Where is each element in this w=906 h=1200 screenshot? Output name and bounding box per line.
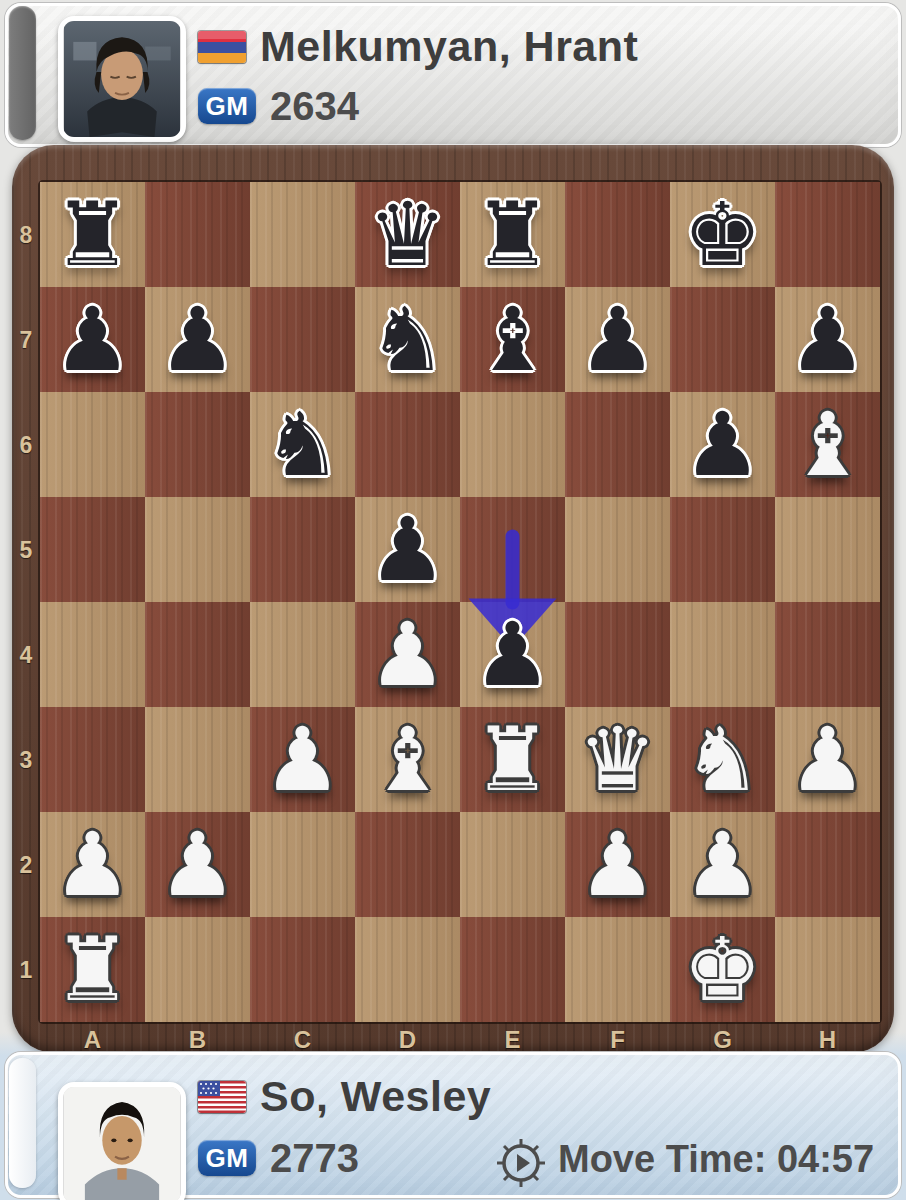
square-f6[interactable] [565,392,670,497]
board-squares: ♜♛♜♚♟♟♞♝♟♟♞♟♝♟♟♟♟♝♜♛♞♟♟♟♟♟♜♚ [40,182,880,1022]
square-a5[interactable] [40,497,145,602]
chess-board: ♜♛♜♚♟♟♞♝♟♟♞♟♝♟♟♟♟♝♜♛♞♟♟♟♟♟♜♚ 87654321 AB… [12,145,894,1053]
black-pawn-f7[interactable]: ♟ [565,287,670,392]
square-h5[interactable] [775,497,880,602]
square-b8[interactable] [145,182,250,287]
armenia-flag-svg [198,31,246,63]
white-rook-a1[interactable]: ♜ [40,917,145,1022]
square-h4[interactable] [775,602,880,707]
square-c5[interactable] [250,497,355,602]
square-b3[interactable] [145,707,250,812]
square-c2[interactable] [250,812,355,917]
white-pawn-h3[interactable]: ♟ [775,707,880,812]
square-h2[interactable] [775,812,880,917]
square-b4[interactable] [145,602,250,707]
square-c7[interactable] [250,287,355,392]
rank-label-2: 2 [12,852,40,879]
square-d6[interactable] [355,392,460,497]
white-pawn-g2[interactable]: ♟ [670,812,775,917]
bottom-player-title-badge: GM [198,1140,256,1176]
square-f4[interactable] [565,602,670,707]
square-f5[interactable] [565,497,670,602]
file-label-d: D [355,1026,460,1054]
usa-flag-svg [198,1081,246,1113]
square-a4[interactable] [40,602,145,707]
black-rook-e8[interactable]: ♜ [460,182,565,287]
square-f1[interactable] [565,917,670,1022]
top-player-rating: 2634 [270,84,359,129]
rank-label-8: 8 [12,222,40,249]
black-pawn-e4[interactable]: ♟ [460,602,565,707]
white-pawn-f2[interactable]: ♟ [565,812,670,917]
square-a6[interactable] [40,392,145,497]
black-queen-d8[interactable]: ♛ [355,182,460,287]
file-label-c: C [250,1026,355,1054]
black-pawn-d5[interactable]: ♟ [355,497,460,602]
black-pawn-h7[interactable]: ♟ [775,287,880,392]
rank-label-5: 5 [12,537,40,564]
rank-label-3: 3 [12,747,40,774]
square-g7[interactable] [670,287,775,392]
avatar-photo-melkumyan [63,21,181,137]
square-e2[interactable] [460,812,565,917]
black-pawn-g6[interactable]: ♟ [670,392,775,497]
black-rook-a8[interactable]: ♜ [40,182,145,287]
bottom-drag-handle[interactable] [9,1058,36,1188]
square-a3[interactable] [40,707,145,812]
white-pawn-c3[interactable]: ♟ [250,707,355,812]
bottom-player-rating: 2773 [270,1136,359,1181]
top-drag-handle[interactable] [9,6,36,140]
white-king-g1[interactable]: ♚ [670,917,775,1022]
rank-label-6: 6 [12,432,40,459]
white-pawn-d4[interactable]: ♟ [355,602,460,707]
square-b5[interactable] [145,497,250,602]
move-timer-clock-icon [496,1138,546,1188]
square-g4[interactable] [670,602,775,707]
bottom-player-name: So, Wesley [260,1072,491,1121]
square-d2[interactable] [355,812,460,917]
white-pawn-a2[interactable]: ♟ [40,812,145,917]
white-queen-f3[interactable]: ♛ [565,707,670,812]
square-c8[interactable] [250,182,355,287]
square-e1[interactable] [460,917,565,1022]
bottom-player-avatar [58,1082,186,1200]
rank-label-4: 4 [12,642,40,669]
square-e5[interactable] [460,497,565,602]
square-c1[interactable] [250,917,355,1022]
white-knight-g3[interactable]: ♞ [670,707,775,812]
file-label-a: A [40,1026,145,1054]
top-player-avatar [58,16,186,142]
file-label-g: G [670,1026,775,1054]
square-f8[interactable] [565,182,670,287]
white-pawn-b2[interactable]: ♟ [145,812,250,917]
file-label-h: H [775,1026,880,1054]
top-player-title-badge: GM [198,88,256,124]
square-b1[interactable] [145,917,250,1022]
white-bishop-h6[interactable]: ♝ [775,392,880,497]
clock-icon-svg [496,1138,546,1188]
square-d1[interactable] [355,917,460,1022]
square-h1[interactable] [775,917,880,1022]
armenia-flag-icon [198,31,246,63]
square-g5[interactable] [670,497,775,602]
square-b6[interactable] [145,392,250,497]
rank-label-1: 1 [12,957,40,984]
black-pawn-b7[interactable]: ♟ [145,287,250,392]
white-rook-e3[interactable]: ♜ [460,707,565,812]
top-player-name: Melkumyan, Hrant [260,22,638,71]
move-time-text: Move Time: 04:57 [558,1138,874,1181]
rank-label-7: 7 [12,327,40,354]
avatar-photo-so [63,1087,181,1200]
file-label-b: B [145,1026,250,1054]
file-label-e: E [460,1026,565,1054]
usa-flag-icon [198,1081,246,1113]
black-pawn-a7[interactable]: ♟ [40,287,145,392]
black-knight-d7[interactable]: ♞ [355,287,460,392]
black-knight-c6[interactable]: ♞ [250,392,355,497]
black-king-g8[interactable]: ♚ [670,182,775,287]
file-label-f: F [565,1026,670,1054]
square-e6[interactable] [460,392,565,497]
black-bishop-e7[interactable]: ♝ [460,287,565,392]
square-h8[interactable] [775,182,880,287]
square-c4[interactable] [250,602,355,707]
white-bishop-d3[interactable]: ♝ [355,707,460,812]
